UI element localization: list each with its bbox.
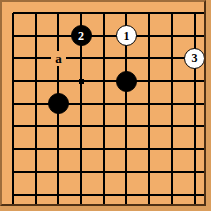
intersection: 1 [115,24,138,47]
star-point [79,79,84,84]
intersection [92,47,115,70]
black-stone-move-2: 2 [71,25,92,46]
intersection [160,115,183,138]
intersection [138,138,161,161]
intersection [92,24,115,47]
intersection [47,70,70,93]
move-number: 3 [192,52,198,64]
intersection [183,115,206,138]
intersection [92,183,115,206]
intersection [70,47,93,70]
intersection [24,70,47,93]
intersection [2,70,25,93]
intersection [183,70,206,93]
intersection [70,92,93,115]
intersection [92,138,115,161]
intersection [24,24,47,47]
intersection [115,115,138,138]
intersection [115,160,138,183]
intersection [138,183,161,206]
intersection [92,2,115,25]
intersection [47,115,70,138]
intersection [24,2,47,25]
black-stone [116,71,137,92]
intersection [92,115,115,138]
intersection [160,92,183,115]
intersection [2,24,25,47]
intersection [115,70,138,93]
intersection [47,183,70,206]
intersection [2,92,25,115]
intersection [183,92,206,115]
go-board: 21a3 [0,0,206,206]
intersection [70,115,93,138]
move-number: 1 [123,30,129,42]
intersection [47,138,70,161]
intersection [2,160,25,183]
black-stone [48,93,69,114]
intersection [183,24,206,47]
intersection [2,2,25,25]
intersection [138,160,161,183]
intersection [70,183,93,206]
intersection [24,47,47,70]
intersection [160,183,183,206]
intersection [138,92,161,115]
intersection [70,70,93,93]
intersection [24,115,47,138]
intersection [47,92,70,115]
intersection [47,2,70,25]
intersection [24,92,47,115]
intersection [115,183,138,206]
go-diagram-screenshot: 21a3 [0,0,211,211]
white-stone-move-3: 3 [184,48,205,69]
intersection [183,2,206,25]
intersection [24,160,47,183]
intersection [138,47,161,70]
move-number: 2 [78,30,84,42]
intersection [115,138,138,161]
intersection [70,2,93,25]
intersection [160,160,183,183]
white-stone-move-1: 1 [116,25,137,46]
intersection [47,160,70,183]
intersection [24,138,47,161]
intersection [138,24,161,47]
intersection [2,115,25,138]
point-label-a: a [51,51,66,66]
intersection [115,2,138,25]
intersection [160,24,183,47]
intersection [70,160,93,183]
intersection [70,138,93,161]
intersection [2,138,25,161]
intersection [160,70,183,93]
intersection [138,2,161,25]
intersection [92,160,115,183]
intersection [47,24,70,47]
intersection [2,47,25,70]
intersection [115,47,138,70]
intersection [115,92,138,115]
intersection [160,2,183,25]
intersection [138,70,161,93]
intersection [138,115,161,138]
intersection [183,183,206,206]
intersection: a [47,47,70,70]
intersection [92,70,115,93]
intersection [92,92,115,115]
go-board-grid: 21a3 [2,2,206,206]
intersection [183,160,206,183]
intersection [183,138,206,161]
intersection [24,183,47,206]
intersection: 3 [183,47,206,70]
intersection [160,138,183,161]
intersection [160,47,183,70]
intersection: 2 [70,24,93,47]
intersection [2,183,25,206]
